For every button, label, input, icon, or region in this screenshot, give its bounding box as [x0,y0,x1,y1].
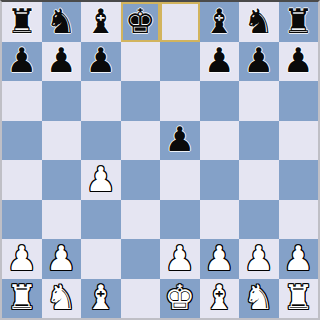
square-g1[interactable]: ♞ [239,279,279,319]
square-a1[interactable]: ♜ [2,279,42,319]
black-pawn-piece[interactable]: ♟ [7,43,37,77]
square-b2[interactable]: ♟ [42,239,82,279]
white-rook-piece[interactable]: ♜ [283,280,313,314]
square-c1[interactable]: ♝ [81,279,121,319]
square-d8[interactable]: ♚ [121,2,161,42]
square-a4[interactable] [2,160,42,200]
black-rook-piece[interactable]: ♜ [7,4,37,38]
square-f3[interactable] [200,200,240,240]
square-b1[interactable]: ♞ [42,279,82,319]
black-pawn-piece[interactable]: ♟ [165,122,195,156]
square-h4[interactable] [279,160,319,200]
square-h6[interactable] [279,81,319,121]
square-d3[interactable] [121,200,161,240]
square-b3[interactable] [42,200,82,240]
square-h1[interactable]: ♜ [279,279,319,319]
white-bishop-piece[interactable]: ♝ [204,280,234,314]
square-a6[interactable] [2,81,42,121]
square-b8[interactable]: ♞ [42,2,82,42]
square-g7[interactable]: ♟ [239,42,279,82]
square-c7[interactable]: ♟ [81,42,121,82]
square-b7[interactable]: ♟ [42,42,82,82]
square-c2[interactable] [81,239,121,279]
square-f7[interactable]: ♟ [200,42,240,82]
square-g5[interactable] [239,121,279,161]
square-e8[interactable] [160,2,200,42]
black-bishop-piece[interactable]: ♝ [86,4,116,38]
square-g4[interactable] [239,160,279,200]
white-pawn-piece[interactable]: ♟ [204,241,234,275]
black-king-piece[interactable]: ♚ [125,4,155,38]
black-rook-piece[interactable]: ♜ [283,4,313,38]
white-bishop-piece[interactable]: ♝ [86,280,116,314]
square-h7[interactable]: ♟ [279,42,319,82]
square-c6[interactable] [81,81,121,121]
square-h2[interactable]: ♟ [279,239,319,279]
square-f4[interactable] [200,160,240,200]
square-f6[interactable] [200,81,240,121]
square-h8[interactable]: ♜ [279,2,319,42]
white-pawn-piece[interactable]: ♟ [86,162,116,196]
square-a2[interactable]: ♟ [2,239,42,279]
chess-board: ♜♞♝♚♝♞♜♟♟♟♟♟♟♟♟♟♟♟♟♟♟♜♞♝♚♝♞♜ [0,0,320,320]
white-pawn-piece[interactable]: ♟ [7,241,37,275]
square-g3[interactable] [239,200,279,240]
square-e4[interactable] [160,160,200,200]
white-king-piece[interactable]: ♚ [165,280,195,314]
square-h3[interactable] [279,200,319,240]
square-g8[interactable]: ♞ [239,2,279,42]
white-pawn-piece[interactable]: ♟ [165,241,195,275]
square-f8[interactable]: ♝ [200,2,240,42]
square-d6[interactable] [121,81,161,121]
square-a5[interactable] [2,121,42,161]
square-f1[interactable]: ♝ [200,279,240,319]
square-f2[interactable]: ♟ [200,239,240,279]
square-d4[interactable] [121,160,161,200]
white-pawn-piece[interactable]: ♟ [46,241,76,275]
square-b4[interactable] [42,160,82,200]
square-d7[interactable] [121,42,161,82]
square-g6[interactable] [239,81,279,121]
black-pawn-piece[interactable]: ♟ [283,43,313,77]
square-b6[interactable] [42,81,82,121]
square-e3[interactable] [160,200,200,240]
square-a3[interactable] [2,200,42,240]
square-c4[interactable]: ♟ [81,160,121,200]
square-c5[interactable] [81,121,121,161]
white-pawn-piece[interactable]: ♟ [244,241,274,275]
square-e2[interactable]: ♟ [160,239,200,279]
white-rook-piece[interactable]: ♜ [7,280,37,314]
black-pawn-piece[interactable]: ♟ [244,43,274,77]
square-c8[interactable]: ♝ [81,2,121,42]
square-e5[interactable]: ♟ [160,121,200,161]
black-knight-piece[interactable]: ♞ [244,4,274,38]
square-d5[interactable] [121,121,161,161]
square-h5[interactable] [279,121,319,161]
black-bishop-piece[interactable]: ♝ [204,4,234,38]
square-a7[interactable]: ♟ [2,42,42,82]
black-pawn-piece[interactable]: ♟ [86,43,116,77]
square-d2[interactable] [121,239,161,279]
square-e7[interactable] [160,42,200,82]
black-pawn-piece[interactable]: ♟ [46,43,76,77]
square-e6[interactable] [160,81,200,121]
square-d1[interactable] [121,279,161,319]
square-f5[interactable] [200,121,240,161]
square-c3[interactable] [81,200,121,240]
white-pawn-piece[interactable]: ♟ [283,241,313,275]
white-knight-piece[interactable]: ♞ [46,280,76,314]
white-knight-piece[interactable]: ♞ [244,280,274,314]
black-knight-piece[interactable]: ♞ [46,4,76,38]
square-g2[interactable]: ♟ [239,239,279,279]
square-b5[interactable] [42,121,82,161]
square-e1[interactable]: ♚ [160,279,200,319]
black-pawn-piece[interactable]: ♟ [204,43,234,77]
square-a8[interactable]: ♜ [2,2,42,42]
